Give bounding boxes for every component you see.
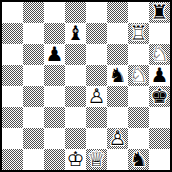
square-e7[interactable]	[86, 23, 107, 44]
square-b5[interactable]	[23, 65, 44, 86]
square-e5[interactable]	[86, 65, 107, 86]
chess-board: ♜♝♜♖♟♞♘♞♞♘♟♟♙♚♟♙♚♔♛♕♞	[0, 0, 172, 172]
square-b7[interactable]	[23, 23, 44, 44]
square-g8[interactable]	[128, 2, 149, 23]
black-pawn-piece: ♟	[149, 65, 170, 86]
white-pawn-piece: ♟♙	[107, 128, 128, 149]
black-bishop-piece: ♝	[65, 23, 86, 44]
square-e6[interactable]	[86, 44, 107, 65]
square-e1[interactable]: ♛♕	[86, 149, 107, 170]
square-b4[interactable]	[23, 86, 44, 107]
square-f7[interactable]	[107, 23, 128, 44]
square-c4[interactable]	[44, 86, 65, 107]
square-d7[interactable]: ♝	[65, 23, 86, 44]
square-f2[interactable]: ♟♙	[107, 128, 128, 149]
square-c7[interactable]	[44, 23, 65, 44]
square-h6[interactable]: ♞♘	[149, 44, 170, 65]
square-a4[interactable]	[2, 86, 23, 107]
square-h1[interactable]	[149, 149, 170, 170]
square-d6[interactable]	[65, 44, 86, 65]
square-a7[interactable]	[2, 23, 23, 44]
white-rook-piece: ♜♖	[128, 23, 149, 44]
square-h8[interactable]: ♜	[149, 2, 170, 23]
square-a2[interactable]	[2, 128, 23, 149]
square-h2[interactable]	[149, 128, 170, 149]
black-king-piece: ♚	[149, 86, 170, 107]
square-g3[interactable]	[128, 107, 149, 128]
square-b1[interactable]	[23, 149, 44, 170]
square-f5[interactable]: ♞	[107, 65, 128, 86]
square-b8[interactable]	[23, 2, 44, 23]
square-e2[interactable]	[86, 128, 107, 149]
square-g5[interactable]: ♞♘	[128, 65, 149, 86]
square-g4[interactable]	[128, 86, 149, 107]
black-knight-piece: ♞	[128, 149, 149, 170]
square-d8[interactable]	[65, 2, 86, 23]
square-d1[interactable]: ♚♔	[65, 149, 86, 170]
square-c1[interactable]	[44, 149, 65, 170]
square-b2[interactable]	[23, 128, 44, 149]
white-king-piece: ♚♔	[65, 149, 86, 170]
square-f3[interactable]	[107, 107, 128, 128]
square-a6[interactable]	[2, 44, 23, 65]
square-c8[interactable]	[44, 2, 65, 23]
square-f8[interactable]	[107, 2, 128, 23]
square-h3[interactable]	[149, 107, 170, 128]
white-queen-piece: ♛♕	[86, 149, 107, 170]
square-h4[interactable]: ♚	[149, 86, 170, 107]
square-f1[interactable]	[107, 149, 128, 170]
white-knight-piece: ♞♘	[149, 44, 170, 65]
square-a5[interactable]	[2, 65, 23, 86]
square-c3[interactable]	[44, 107, 65, 128]
square-h7[interactable]	[149, 23, 170, 44]
square-g2[interactable]	[128, 128, 149, 149]
square-d4[interactable]	[65, 86, 86, 107]
square-c6[interactable]: ♟	[44, 44, 65, 65]
square-d5[interactable]	[65, 65, 86, 86]
square-g6[interactable]	[128, 44, 149, 65]
square-d2[interactable]	[65, 128, 86, 149]
white-knight-piece: ♞♘	[128, 65, 149, 86]
square-e3[interactable]	[86, 107, 107, 128]
square-a1[interactable]	[2, 149, 23, 170]
square-b3[interactable]	[23, 107, 44, 128]
black-pawn-piece: ♟	[44, 44, 65, 65]
square-g1[interactable]: ♞	[128, 149, 149, 170]
square-e8[interactable]	[86, 2, 107, 23]
square-h5[interactable]: ♟	[149, 65, 170, 86]
square-b6[interactable]	[23, 44, 44, 65]
white-pawn-piece: ♟♙	[86, 86, 107, 107]
square-c2[interactable]	[44, 128, 65, 149]
square-a3[interactable]	[2, 107, 23, 128]
square-c5[interactable]	[44, 65, 65, 86]
square-a8[interactable]	[2, 2, 23, 23]
black-rook-piece: ♜	[149, 2, 170, 23]
square-f6[interactable]	[107, 44, 128, 65]
square-g7[interactable]: ♜♖	[128, 23, 149, 44]
square-f4[interactable]	[107, 86, 128, 107]
square-d3[interactable]	[65, 107, 86, 128]
black-knight-piece: ♞	[107, 65, 128, 86]
square-e4[interactable]: ♟♙	[86, 86, 107, 107]
